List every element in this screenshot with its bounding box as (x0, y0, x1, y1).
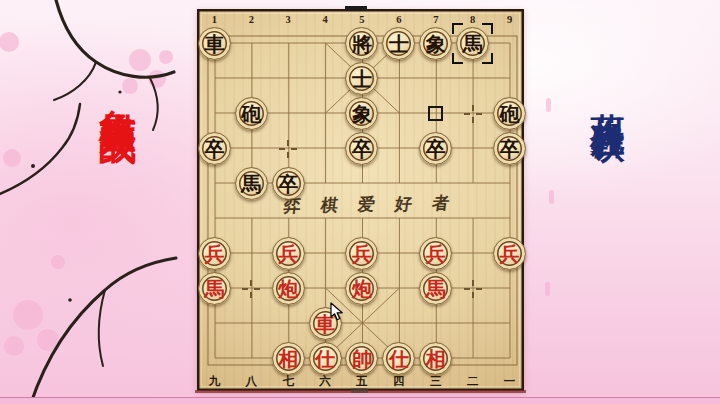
intersection-3-4[interactable]: 卒 (270, 166, 307, 201)
intersection-7-7[interactable]: 馬 (417, 271, 454, 306)
intersection-2-4[interactable]: 馬 (233, 166, 270, 201)
intersection-1-7[interactable]: 馬 (196, 271, 233, 306)
intersection-4-8[interactable]: 車 (307, 306, 344, 341)
pink-dash (545, 282, 550, 296)
intersection-1-3[interactable]: 卒 (196, 131, 233, 166)
intersection-5-0[interactable]: 將 (344, 26, 381, 61)
intersection-3-6[interactable]: 兵 (270, 236, 307, 271)
piece-red-advisor[interactable]: 仕 (382, 342, 415, 375)
intersection-7-6[interactable]: 兵 (417, 236, 454, 271)
intersection-9-2[interactable]: 砲 (491, 96, 528, 131)
piece-black-horse[interactable]: 馬 (456, 27, 489, 60)
point-marker (454, 271, 491, 306)
intersection-1-0[interactable]: 車 (196, 26, 233, 61)
file-label-bottom: 一 (491, 374, 528, 389)
point-marker-cross (242, 280, 260, 298)
file-label-bottom: 六 (307, 374, 344, 389)
piece-black-cannon[interactable]: 砲 (235, 97, 268, 130)
piece-red-soldier[interactable]: 兵 (493, 237, 526, 270)
piece-red-cannon[interactable]: 炮 (345, 272, 378, 305)
intersection-1-6[interactable]: 兵 (196, 236, 233, 271)
point-marker-cross (464, 280, 482, 298)
piece-black-advisor[interactable]: 士 (382, 27, 415, 60)
file-label-top: 7 (417, 12, 454, 26)
file-label-bottom: 二 (454, 374, 491, 389)
file-label-top: 8 (454, 12, 491, 26)
file-label-bottom: 九 (196, 374, 233, 389)
screenshot-stage: 象棋大师实战 蒋川先胜吕钦 123456789 九八七六五四三二一 弈棋爱好者 … (0, 0, 720, 404)
file-label-bottom: 七 (270, 374, 307, 389)
intersection-3-9[interactable]: 相 (270, 341, 307, 376)
piece-black-soldier[interactable]: 卒 (419, 132, 452, 165)
bottom-file-labels: 九八七六五四三二一 (196, 374, 528, 388)
piece-black-cannon[interactable]: 砲 (493, 97, 526, 130)
point-marker (270, 131, 307, 166)
left-caption: 象棋大师实战 (99, 80, 136, 101)
piece-red-soldier[interactable]: 兵 (345, 237, 378, 270)
piece-black-soldier[interactable]: 卒 (198, 132, 231, 165)
piece-red-advisor[interactable]: 仕 (309, 342, 342, 375)
intersection-9-6[interactable]: 兵 (491, 236, 528, 271)
bottom-edge-strip (0, 397, 720, 404)
point-marker (233, 271, 270, 306)
intersection-3-7[interactable]: 炮 (270, 271, 307, 306)
intersection-8-0[interactable]: 馬 (454, 26, 491, 61)
plum-blossom-art (0, 0, 200, 404)
intersection-5-3[interactable]: 卒 (344, 131, 381, 166)
piece-black-general[interactable]: 將 (345, 27, 378, 60)
piece-red-elephant[interactable]: 相 (419, 342, 452, 375)
intersection-5-6[interactable]: 兵 (344, 236, 381, 271)
file-label-bottom: 三 (417, 374, 454, 389)
intersection-5-2[interactable]: 象 (344, 96, 381, 131)
point-marker (454, 96, 491, 131)
piece-red-soldier[interactable]: 兵 (419, 237, 452, 270)
intersection-7-0[interactable]: 象 (417, 26, 454, 61)
piece-black-soldier[interactable]: 卒 (493, 132, 526, 165)
from-square-icon (428, 106, 443, 121)
piece-black-soldier[interactable]: 卒 (345, 132, 378, 165)
piece-black-chariot[interactable]: 車 (198, 27, 231, 60)
intersection-2-2[interactable]: 砲 (233, 96, 270, 131)
file-label-top: 6 (380, 12, 417, 26)
piece-red-cannon[interactable]: 炮 (272, 272, 305, 305)
file-label-bottom: 八 (233, 374, 270, 389)
piece-red-horse[interactable]: 馬 (419, 272, 452, 305)
file-label-top: 4 (307, 12, 344, 26)
intersection-5-9[interactable]: 帥 (344, 341, 381, 376)
intersection-5-1[interactable]: 士 (344, 61, 381, 96)
file-label-top: 2 (233, 12, 270, 26)
pink-dash (549, 190, 554, 204)
point-marker-cross (279, 140, 297, 158)
intersection-7-3[interactable]: 卒 (417, 131, 454, 166)
piece-red-soldier[interactable]: 兵 (198, 237, 231, 270)
file-label-top: 9 (491, 12, 528, 26)
file-label-top: 1 (196, 12, 233, 26)
piece-red-general[interactable]: 帥 (345, 342, 378, 375)
piece-black-soldier[interactable]: 卒 (272, 167, 305, 200)
piece-red-chariot[interactable]: 車 (309, 307, 342, 340)
piece-black-advisor[interactable]: 士 (345, 62, 378, 95)
intersection-7-9[interactable]: 相 (417, 341, 454, 376)
piece-red-horse[interactable]: 馬 (198, 272, 231, 305)
piece-red-soldier[interactable]: 兵 (272, 237, 305, 270)
right-caption: 蒋川先胜吕钦 (591, 86, 625, 107)
piece-black-elephant[interactable]: 象 (345, 97, 378, 130)
intersection-9-3[interactable]: 卒 (491, 131, 528, 166)
top-file-labels: 123456789 (196, 12, 528, 26)
pink-dash (546, 98, 551, 112)
intersection-4-9[interactable]: 仕 (307, 341, 344, 376)
last-move-from-marker (417, 96, 454, 131)
intersection-6-9[interactable]: 仕 (380, 341, 417, 376)
cutoff-bottom-text (351, 388, 368, 393)
intersection-6-0[interactable]: 士 (380, 26, 417, 61)
file-label-top: 5 (344, 12, 381, 26)
point-marker-cross (464, 105, 482, 123)
cutoff-top-element (345, 6, 367, 11)
file-label-bottom: 五 (344, 374, 381, 389)
piece-black-elephant[interactable]: 象 (419, 27, 452, 60)
file-label-top: 3 (270, 12, 307, 26)
intersection-5-7[interactable]: 炮 (344, 271, 381, 306)
piece-red-elephant[interactable]: 相 (272, 342, 305, 375)
board-grid[interactable]: 車將士象馬士砲象砲卒卒卒卒馬卒兵兵兵兵兵馬炮炮馬車相仕帥仕相 (196, 26, 528, 376)
file-label-bottom: 四 (380, 374, 417, 389)
piece-black-horse[interactable]: 馬 (235, 167, 268, 200)
